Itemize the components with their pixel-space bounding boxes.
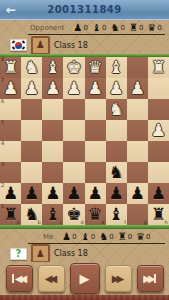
white-pawn: ♟ [106, 78, 127, 99]
square-h2[interactable]: ♟ [148, 183, 169, 204]
rank-label-4: 4 [1, 141, 4, 146]
square-d3[interactable] [63, 162, 84, 183]
knight-icon: ♞ [99, 232, 108, 242]
black-bishop: ♝ [106, 204, 127, 225]
black-queen: ♛ [85, 204, 106, 225]
square-b7[interactable]: ♟ [21, 78, 42, 99]
opponent-panel: Opponent ♟0♝0♞0♜0♛0 ♟ Class 18 [0, 20, 169, 54]
me-captured-row: ♟0♝0♞0♜0♛0 [62, 232, 154, 242]
black-pawn: ♟ [106, 183, 127, 204]
square-b1[interactable]: b♞ [21, 204, 42, 225]
black-knight: ♞ [21, 204, 42, 225]
knight-icon: ♞ [110, 23, 119, 33]
opponent-divider [28, 34, 165, 35]
pawn-icon: ♟ [74, 23, 83, 33]
captured-count: 0 [72, 233, 76, 241]
bottom-trim [0, 295, 169, 300]
square-a2[interactable]: 2♟ [0, 183, 21, 204]
square-c7[interactable]: ♟ [42, 78, 63, 99]
step-forward-icon: ▶▶ [112, 274, 124, 284]
white-pawn: ♟ [148, 120, 169, 141]
white-rook: ♜ [0, 57, 21, 78]
square-h8[interactable]: ♜ [148, 57, 169, 78]
rank-label-6: 6 [1, 99, 4, 104]
me-panel: Me ♟0♝0♞0♜0♛0 ? ♟ Class 18 [0, 229, 169, 262]
playback-controls: ◀◀◀◀▶▶▶▶▶ [0, 262, 169, 295]
captured-count: 0 [139, 24, 143, 32]
skip-to-start-button[interactable]: ◀◀ [6, 265, 33, 292]
unknown-flag-icon: ? [10, 248, 27, 260]
white-pawn: ♟ [127, 78, 148, 99]
square-b6[interactable] [21, 99, 42, 120]
square-d7[interactable]: ♟ [63, 78, 84, 99]
app-window: ← 2001311849 Opponent ♟0♝0♞0♜0♛0 ♟ Class… [0, 0, 169, 300]
rank-label-5: 5 [1, 120, 4, 125]
queen-icon: ♛ [136, 232, 145, 242]
square-a1[interactable]: 1a♜ [0, 204, 21, 225]
black-pawn: ♟ [85, 183, 106, 204]
captured-queen-counter: ♛0 [147, 23, 161, 33]
black-pawn: ♟ [127, 183, 148, 204]
square-g4[interactable] [127, 141, 148, 162]
square-c6[interactable] [42, 99, 63, 120]
white-pawn: ♟ [0, 78, 21, 99]
me-label: Me [43, 233, 53, 241]
black-bishop: ♝ [42, 204, 63, 225]
square-f4[interactable] [106, 141, 127, 162]
square-f3[interactable]: ♞ [106, 162, 127, 183]
square-f1[interactable]: f♝ [106, 204, 127, 225]
opponent-label: Opponent [30, 24, 65, 32]
square-g3[interactable] [127, 162, 148, 183]
square-a7[interactable]: 7♟ [0, 78, 21, 99]
opponent-class-label: Class 18 [54, 41, 88, 50]
south-korea-flag-icon [10, 39, 27, 51]
black-knight: ♞ [106, 162, 127, 183]
white-bishop: ♝ [42, 57, 63, 78]
white-rook: ♜ [148, 57, 169, 78]
rank-label-3: 3 [1, 162, 4, 167]
white-pawn: ♟ [63, 78, 84, 99]
bishop-icon: ♝ [92, 23, 101, 33]
captured-queen-counter: ♛0 [136, 232, 150, 242]
square-f5[interactable] [106, 120, 127, 141]
me-avatar[interactable]: ♟ [31, 244, 50, 263]
white-knight: ♞ [21, 57, 42, 78]
square-g8[interactable] [127, 57, 148, 78]
captured-count: 0 [109, 233, 113, 241]
header-bar: ← 2001311849 [0, 0, 169, 20]
game-id-title: 2001311849 [0, 4, 169, 15]
black-king: ♚ [63, 204, 84, 225]
black-rook: ♜ [0, 204, 21, 225]
square-f8[interactable]: ♝ [106, 57, 127, 78]
white-pawn: ♟ [21, 78, 42, 99]
square-a8[interactable]: 8♜ [0, 57, 21, 78]
captured-count: 0 [84, 24, 88, 32]
square-h5[interactable]: ♟ [148, 120, 169, 141]
square-b4[interactable] [21, 141, 42, 162]
square-d5[interactable] [63, 120, 84, 141]
square-b2[interactable]: ♟ [21, 183, 42, 204]
captured-count: 0 [102, 24, 106, 32]
square-g6[interactable] [127, 99, 148, 120]
white-queen: ♛ [85, 57, 106, 78]
me-class-label: Class 18 [54, 249, 88, 258]
step-back-icon: ◀◀ [45, 274, 57, 284]
square-g1[interactable]: g [127, 204, 148, 225]
square-b3[interactable] [21, 162, 42, 183]
opponent-avatar[interactable]: ♟ [31, 36, 50, 55]
square-d1[interactable]: d♚ [63, 204, 84, 225]
square-c2[interactable]: ♟ [42, 183, 63, 204]
chess-board: 8♜♞♝♚♛♝♜7♟♟♟♟♟♟♟6♞5♟43♞2♟♟♟♟♟♟♟♟1a♜b♞c♝d… [0, 57, 169, 225]
captured-pawn-counter: ♟0 [74, 23, 88, 33]
white-pawn: ♟ [42, 78, 63, 99]
square-a3[interactable]: 3 [0, 162, 21, 183]
square-e7[interactable]: ♟ [85, 78, 106, 99]
square-h4[interactable] [148, 141, 169, 162]
captured-count: 0 [157, 24, 161, 32]
square-c5[interactable] [42, 120, 63, 141]
white-bishop: ♝ [106, 57, 127, 78]
black-rook: ♜ [148, 204, 169, 225]
captured-bishop-counter: ♝0 [92, 23, 106, 33]
bishop-icon: ♝ [81, 232, 90, 242]
skip-to-start-icon: ◀◀ [11, 274, 27, 284]
captured-count: 0 [91, 233, 95, 241]
black-pawn: ♟ [0, 183, 21, 204]
captured-bishop-counter: ♝0 [81, 232, 95, 242]
queen-icon: ♛ [147, 23, 156, 33]
black-pawn: ♟ [148, 183, 169, 204]
step-back-button[interactable]: ◀◀ [38, 265, 65, 292]
black-pawn: ♟ [42, 183, 63, 204]
square-e2[interactable]: ♟ [85, 183, 106, 204]
captured-knight-counter: ♞0 [99, 232, 113, 242]
square-e8[interactable]: ♛ [85, 57, 106, 78]
square-g2[interactable]: ♟ [127, 183, 148, 204]
white-king: ♚ [63, 57, 84, 78]
square-e3[interactable] [85, 162, 106, 183]
captured-knight-counter: ♞0 [110, 23, 124, 33]
square-f7[interactable]: ♟ [106, 78, 127, 99]
opponent-captured-row: ♟0♝0♞0♜0♛0 [74, 23, 166, 33]
square-a4[interactable]: 4 [0, 141, 21, 162]
square-f2[interactable]: ♟ [106, 183, 127, 204]
square-d4[interactable] [63, 141, 84, 162]
square-d2[interactable]: ♟ [63, 183, 84, 204]
square-b5[interactable] [21, 120, 42, 141]
square-h6[interactable] [148, 99, 169, 120]
square-f6[interactable]: ♞ [106, 99, 127, 120]
step-forward-button[interactable]: ▶▶ [105, 265, 132, 292]
square-e6[interactable] [85, 99, 106, 120]
square-c4[interactable] [42, 141, 63, 162]
play-button[interactable]: ▶ [70, 263, 100, 294]
square-a5[interactable]: 5 [0, 120, 21, 141]
white-knight: ♞ [106, 99, 127, 120]
square-c1[interactable]: c♝ [42, 204, 63, 225]
square-e1[interactable]: e♛ [85, 204, 106, 225]
square-e5[interactable] [85, 120, 106, 141]
square-b8[interactable]: ♞ [21, 57, 42, 78]
pawn-icon: ♟ [62, 232, 71, 242]
play-icon: ▶ [80, 272, 90, 285]
square-h1[interactable]: h♜ [148, 204, 169, 225]
square-d6[interactable] [63, 99, 84, 120]
square-h3[interactable] [148, 162, 169, 183]
black-pawn: ♟ [21, 183, 42, 204]
rook-icon: ♜ [118, 232, 127, 242]
square-g5[interactable] [127, 120, 148, 141]
square-e4[interactable] [85, 141, 106, 162]
rook-icon: ♜ [129, 23, 138, 33]
captured-pawn-counter: ♟0 [62, 232, 76, 242]
skip-to-end-button[interactable]: ▶▶ [137, 265, 164, 292]
captured-count: 0 [146, 233, 150, 241]
captured-rook-counter: ♜0 [129, 23, 143, 33]
white-pawn: ♟ [85, 78, 106, 99]
square-a6[interactable]: 6 [0, 99, 21, 120]
captured-rook-counter: ♜0 [118, 232, 132, 242]
black-pawn: ♟ [63, 183, 84, 204]
square-d8[interactable]: ♚ [63, 57, 84, 78]
square-g7[interactable]: ♟ [127, 78, 148, 99]
skip-to-end-icon: ▶▶ [143, 274, 156, 284]
square-h7[interactable] [148, 78, 169, 99]
square-c8[interactable]: ♝ [42, 57, 63, 78]
captured-count: 0 [120, 24, 124, 32]
captured-count: 0 [128, 233, 132, 241]
square-c3[interactable] [42, 162, 63, 183]
